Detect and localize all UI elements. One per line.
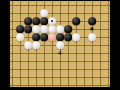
go-board[interactable] [10,1,110,87]
black-stone[interactable] [72,17,80,25]
black-stone[interactable] [32,17,40,25]
black-stone[interactable] [40,33,48,41]
board-grid-line [10,13,110,14]
black-stone[interactable] [88,17,96,25]
black-stone[interactable] [24,25,32,33]
dotted-white-stone[interactable] [48,17,56,25]
black-stone[interactable] [32,33,40,41]
square-marker[interactable] [90,27,93,30]
board-grid-line [10,85,110,86]
white-stone[interactable] [72,33,80,41]
board-grid-line [10,61,110,62]
white-stone[interactable] [88,33,96,41]
black-stone[interactable] [24,17,32,25]
black-stone[interactable] [56,33,64,41]
letterbox-right [110,0,120,90]
white-stone[interactable] [32,25,40,33]
black-stone[interactable] [16,25,24,33]
black-stone[interactable] [40,17,48,25]
white-stone[interactable] [32,41,40,49]
white-stone[interactable] [16,33,24,41]
board-grid-line [10,77,110,78]
board-grid-line [10,5,110,6]
white-stone[interactable] [40,9,48,17]
board-grid-line [10,69,110,70]
screenshot-frame [0,0,120,90]
last-move-dot-marker [51,20,53,22]
black-stone[interactable] [64,25,72,33]
white-stone[interactable] [48,25,56,33]
marked-white-stone[interactable] [48,33,56,41]
white-stone[interactable] [56,41,64,49]
cross-marker[interactable] [58,51,62,55]
white-stone[interactable] [24,41,32,49]
white-stone[interactable] [56,25,64,33]
white-stone[interactable] [40,25,48,33]
black-stone[interactable] [64,33,72,41]
letterbox-left [0,0,10,90]
